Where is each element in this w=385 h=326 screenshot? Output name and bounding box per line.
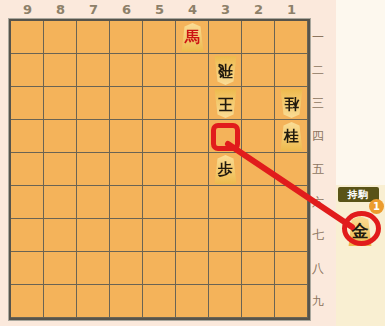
board-cell[interactable] [275, 54, 308, 87]
board-cell[interactable] [275, 153, 308, 186]
rank-labels: 一二三四五六七八九 [308, 21, 328, 318]
annotation-circle [342, 211, 381, 246]
board-cell[interactable] [44, 21, 77, 54]
board-cell[interactable] [176, 153, 209, 186]
board-cell[interactable] [44, 186, 77, 219]
board-cell[interactable] [110, 87, 143, 120]
piece-glyph: 王 [218, 96, 233, 111]
board-cell[interactable] [275, 252, 308, 285]
board-cell[interactable] [176, 120, 209, 153]
hand-count-badge: 1 [369, 199, 384, 214]
board-cell[interactable] [242, 21, 275, 54]
board-cell[interactable] [275, 219, 308, 252]
board-cell[interactable] [275, 21, 308, 54]
board-cell[interactable] [176, 54, 209, 87]
board-cell[interactable] [209, 186, 242, 219]
board-cell[interactable] [176, 219, 209, 252]
piece-glyph: 桂 [284, 96, 299, 111]
board-cell[interactable] [11, 120, 44, 153]
board-cell[interactable] [77, 21, 110, 54]
board-cell[interactable] [209, 285, 242, 318]
board-cell[interactable] [209, 219, 242, 252]
file-label: 4 [176, 2, 209, 19]
file-labels: 987654321 [11, 2, 308, 19]
board-cell[interactable] [110, 21, 143, 54]
board-cell[interactable] [110, 252, 143, 285]
file-label: 1 [275, 2, 308, 19]
board-cell[interactable] [143, 186, 176, 219]
board-cell[interactable] [77, 87, 110, 120]
file-label: 7 [77, 2, 110, 19]
board-cell[interactable] [77, 219, 110, 252]
piece-glyph: 桂 [284, 129, 299, 144]
board-cell[interactable] [11, 219, 44, 252]
piece-glyph: 歩 [218, 162, 233, 177]
shogi-board: 馬飛王桂桂歩 [9, 19, 310, 320]
board-cell[interactable] [176, 252, 209, 285]
board-cell[interactable] [11, 54, 44, 87]
board-cell[interactable] [44, 153, 77, 186]
rank-label: 九 [308, 285, 328, 318]
board-cell[interactable] [11, 285, 44, 318]
board-cell[interactable] [143, 87, 176, 120]
board-cell[interactable] [242, 252, 275, 285]
board-cell[interactable] [110, 186, 143, 219]
board-cell[interactable] [143, 54, 176, 87]
rank-label: 七 [308, 219, 328, 252]
board-cell[interactable] [77, 285, 110, 318]
board-cell[interactable] [209, 252, 242, 285]
board-cell[interactable] [110, 120, 143, 153]
file-label: 5 [143, 2, 176, 19]
file-label: 3 [209, 2, 242, 19]
board-cell[interactable] [110, 285, 143, 318]
board-cell[interactable] [110, 153, 143, 186]
board-cell[interactable] [44, 87, 77, 120]
board-cell[interactable] [11, 21, 44, 54]
board-cell[interactable] [77, 153, 110, 186]
board-cell[interactable] [11, 252, 44, 285]
rank-label: 四 [308, 120, 328, 153]
board-cell[interactable] [143, 120, 176, 153]
board-cell[interactable] [242, 285, 275, 318]
board-cell[interactable] [44, 54, 77, 87]
board-cell[interactable] [176, 285, 209, 318]
board-cell[interactable] [77, 120, 110, 153]
file-label: 6 [110, 2, 143, 19]
rank-label: 二 [308, 54, 328, 87]
board-cell[interactable] [275, 186, 308, 219]
board-cell[interactable] [11, 87, 44, 120]
rank-label: 一 [308, 21, 328, 54]
board-cell[interactable] [11, 153, 44, 186]
board-cell[interactable] [143, 21, 176, 54]
board-cell[interactable] [176, 186, 209, 219]
piece-glyph: 馬 [185, 30, 200, 45]
file-label: 9 [11, 2, 44, 19]
board-cell[interactable] [242, 186, 275, 219]
rank-label: 六 [308, 186, 328, 219]
board-grid [11, 21, 308, 318]
board-cell[interactable] [143, 153, 176, 186]
board-cell[interactable] [242, 120, 275, 153]
piece-glyph: 飛 [218, 63, 233, 78]
board-cell[interactable] [77, 54, 110, 87]
board-cell[interactable] [44, 285, 77, 318]
rank-label: 三 [308, 87, 328, 120]
board-cell[interactable] [110, 54, 143, 87]
rank-label: 八 [308, 252, 328, 285]
file-label: 2 [242, 2, 275, 19]
board-cell[interactable] [242, 219, 275, 252]
board-cell[interactable] [110, 219, 143, 252]
board-cell[interactable] [44, 120, 77, 153]
board-cell[interactable] [77, 252, 110, 285]
board-cell[interactable] [44, 219, 77, 252]
board-cell[interactable] [11, 186, 44, 219]
shogi-puzzle-page: 987654321 一二三四五六七八九 馬飛王桂桂歩 持駒 金 1 [0, 0, 385, 326]
board-cell[interactable] [44, 252, 77, 285]
board-cell[interactable] [143, 285, 176, 318]
board-cell[interactable] [275, 285, 308, 318]
rank-label: 五 [308, 153, 328, 186]
highlight-square [211, 123, 240, 151]
board-cell[interactable] [242, 153, 275, 186]
board-cell[interactable] [242, 54, 275, 87]
board-cell[interactable] [242, 87, 275, 120]
file-label: 8 [44, 2, 77, 19]
board-cell[interactable] [143, 219, 176, 252]
board-cell[interactable] [176, 87, 209, 120]
board-cell[interactable] [143, 252, 176, 285]
board-cell[interactable] [209, 21, 242, 54]
board-cell[interactable] [77, 186, 110, 219]
